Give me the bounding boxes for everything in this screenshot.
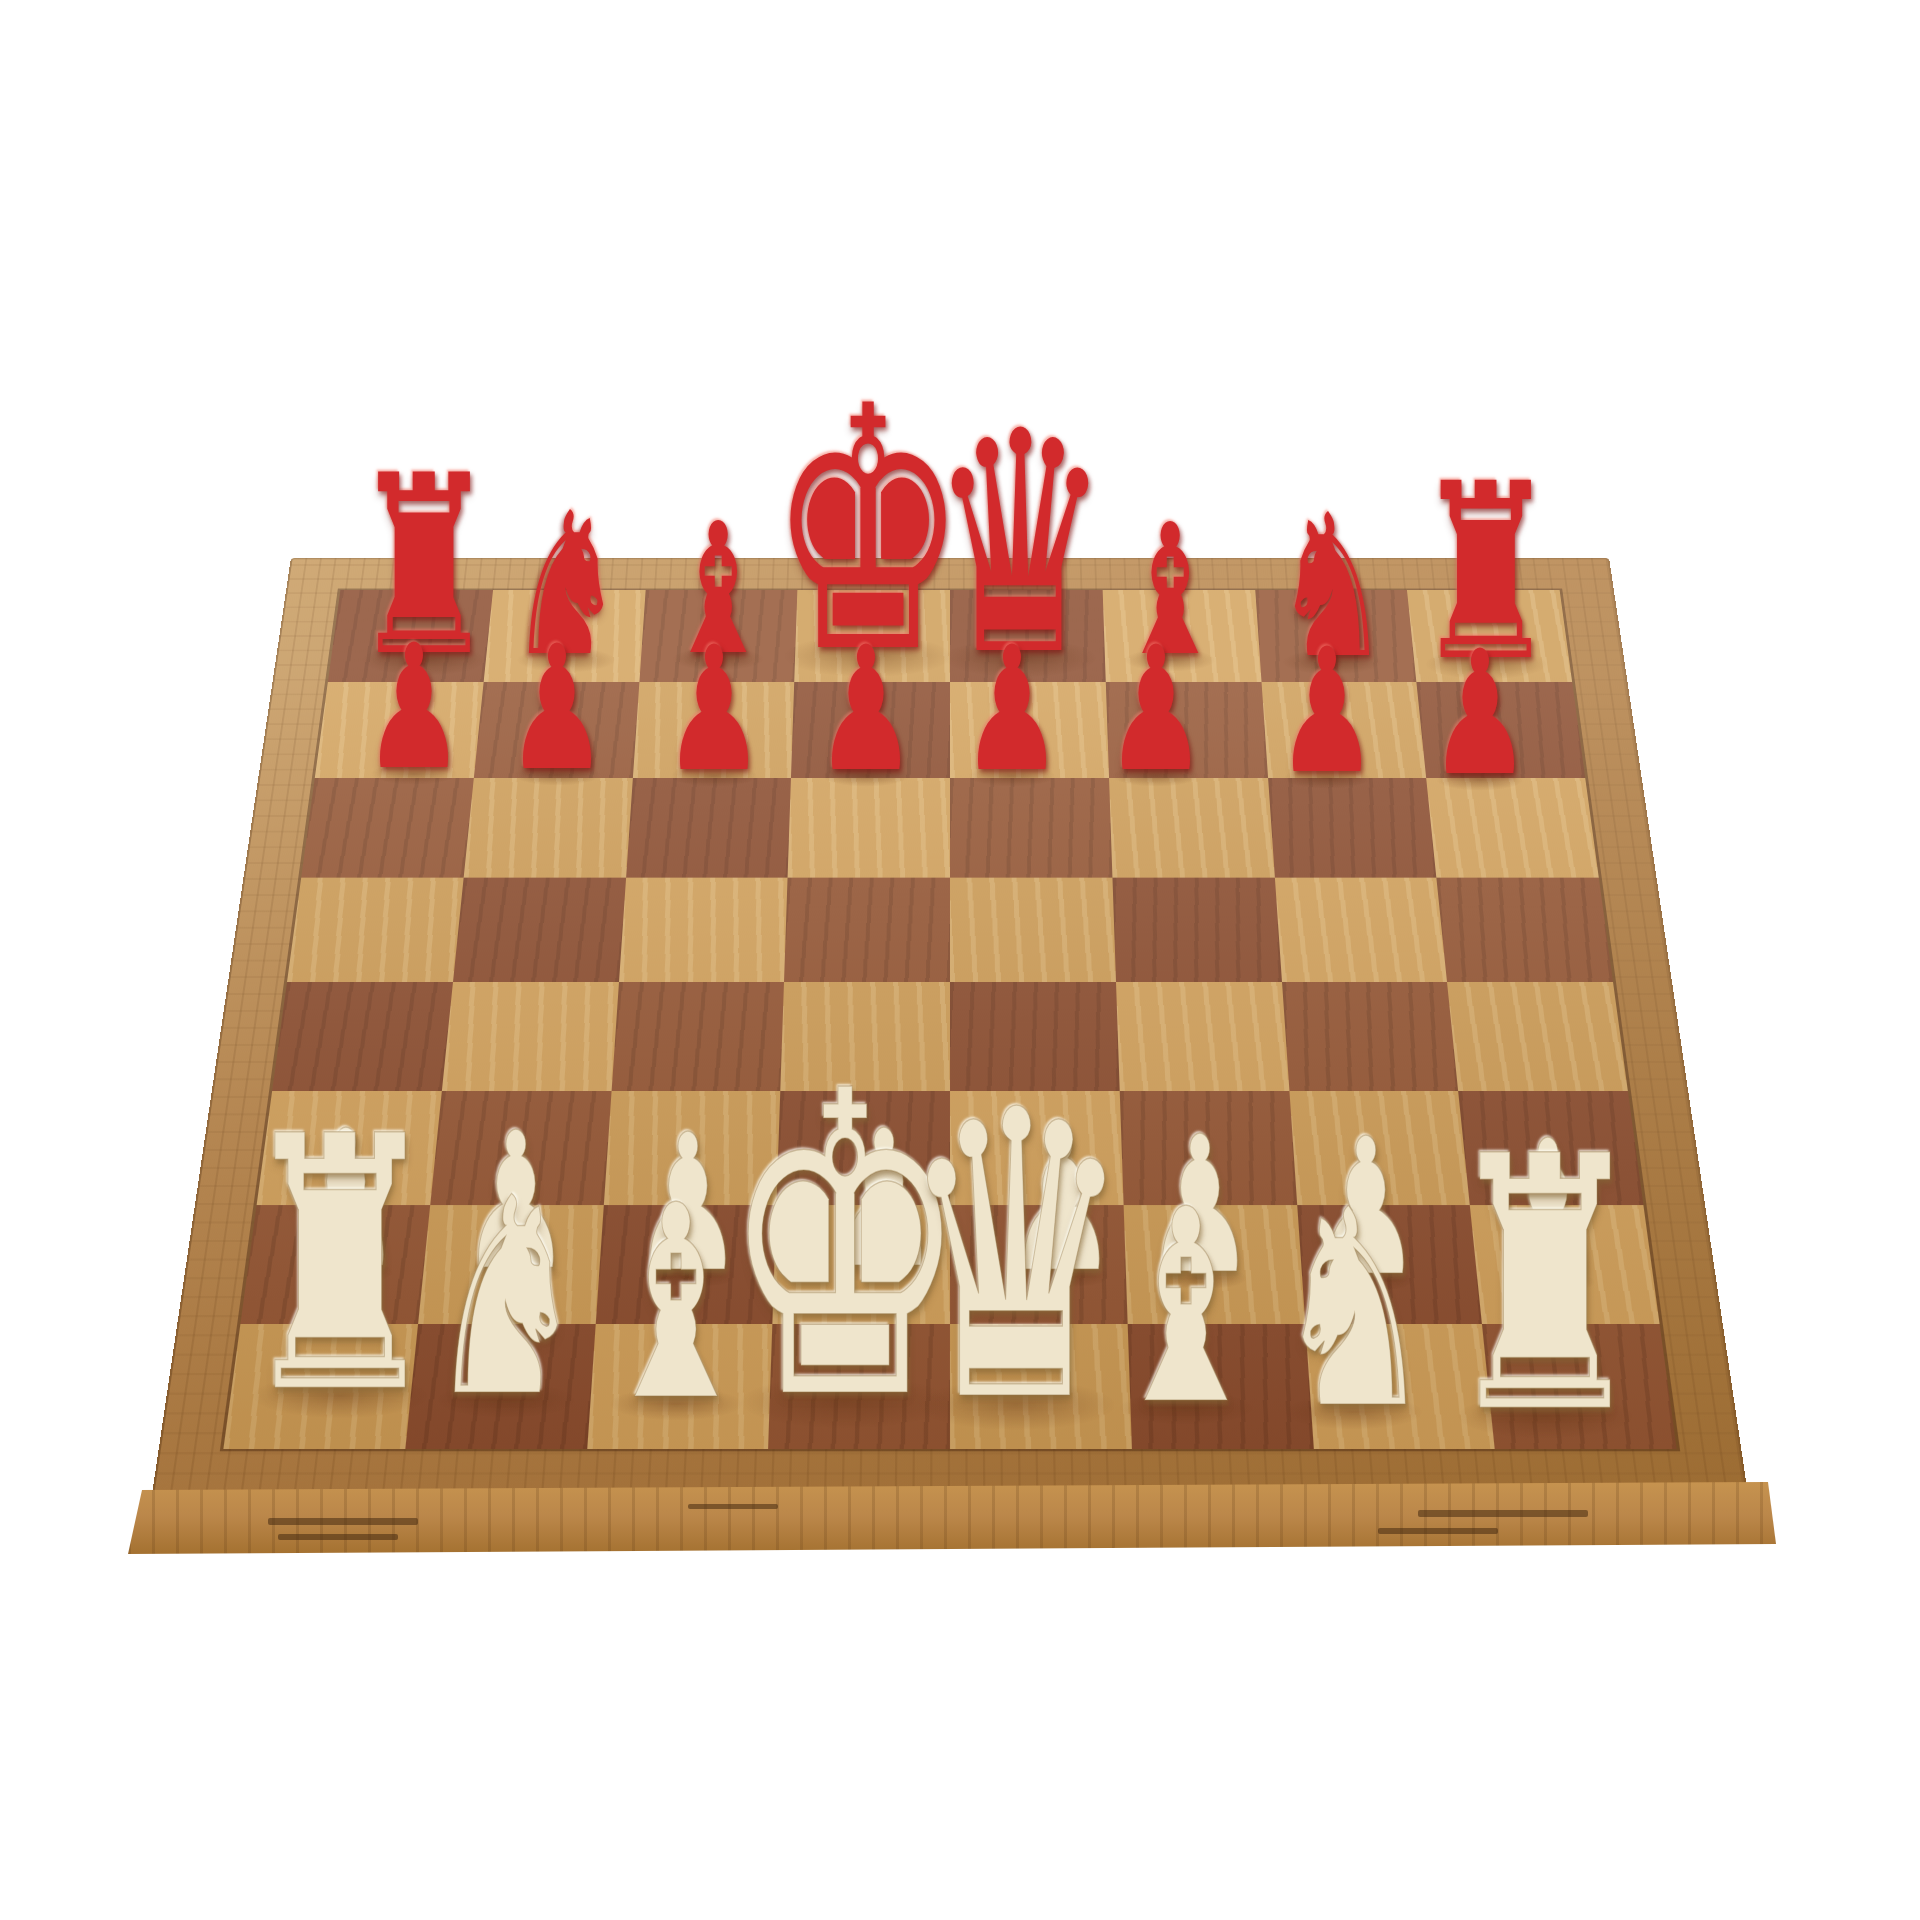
red-pawn-h7[interactable]: ♟	[1429, 652, 1531, 776]
square-d5[interactable]	[784, 878, 950, 982]
white-knight-b1[interactable]: ♞	[426, 1200, 587, 1396]
square-g4[interactable]	[1282, 982, 1459, 1091]
square-b4[interactable]	[442, 982, 619, 1091]
square-h5[interactable]	[1437, 878, 1613, 982]
red-pawn-d7[interactable]: ♟	[815, 648, 917, 772]
square-g5[interactable]	[1274, 878, 1447, 982]
red-pawn-g7[interactable]: ♟	[1276, 650, 1378, 774]
white-rook-h1[interactable]: ♜	[1441, 1160, 1648, 1412]
square-f4[interactable]	[1116, 982, 1289, 1091]
white-knight-g1[interactable]: ♞	[1274, 1212, 1435, 1408]
square-a5[interactable]	[287, 878, 463, 982]
red-pawn-f7[interactable]: ♟	[1105, 648, 1207, 772]
square-e5[interactable]	[950, 878, 1116, 982]
photo-canvas: ♜♞♝♚♛♝♞♜♟♟♟♟♟♟♟♟♟♟♟♟♟♟♟♟♜♞♝♚♛♝♞♜	[0, 0, 1920, 1920]
red-pawn-b7[interactable]: ♟	[506, 647, 608, 771]
square-f5[interactable]	[1112, 878, 1281, 982]
white-bishop-f1[interactable]: ♝	[1107, 1212, 1265, 1404]
square-c5[interactable]	[619, 878, 788, 982]
red-pawn-c7[interactable]: ♟	[663, 648, 765, 772]
red-pawn-e7[interactable]: ♟	[961, 648, 1063, 772]
board-front-edge	[128, 1482, 1776, 1556]
white-rook-a1[interactable]: ♜	[236, 1140, 443, 1392]
white-queen-e1[interactable]: ♛	[899, 1115, 1134, 1401]
square-b5[interactable]	[453, 878, 626, 982]
red-pawn-a7[interactable]: ♟	[363, 646, 465, 770]
square-h4[interactable]	[1447, 982, 1628, 1091]
